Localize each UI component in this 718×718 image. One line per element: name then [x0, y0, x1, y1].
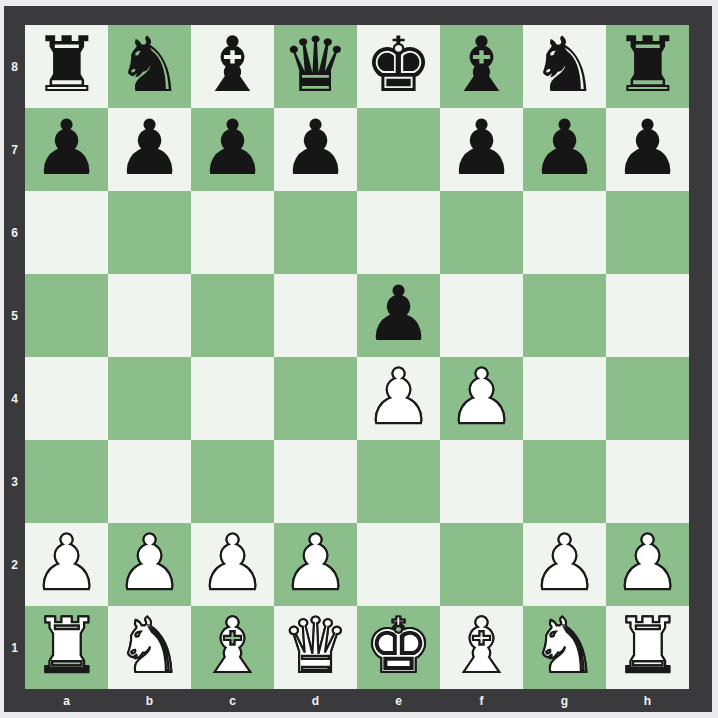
piece-black-pawn[interactable]: ♟ [198, 110, 266, 186]
piece-white-bishop[interactable]: ♝ [198, 608, 266, 684]
square-h1[interactable]: ♜ [606, 606, 689, 689]
square-g6[interactable] [523, 191, 606, 274]
rank-label-4: 4 [4, 357, 25, 440]
piece-white-pawn[interactable]: ♟ [613, 525, 681, 601]
square-c2[interactable]: ♟ [191, 523, 274, 606]
square-b3[interactable] [108, 440, 191, 523]
square-f5[interactable] [440, 274, 523, 357]
square-e6[interactable] [357, 191, 440, 274]
square-d4[interactable] [274, 357, 357, 440]
square-a2[interactable]: ♟ [25, 523, 108, 606]
square-f2[interactable] [440, 523, 523, 606]
square-g4[interactable] [523, 357, 606, 440]
square-a6[interactable] [25, 191, 108, 274]
piece-black-king[interactable]: ♚ [364, 27, 432, 103]
square-h4[interactable] [606, 357, 689, 440]
piece-white-pawn[interactable]: ♟ [364, 359, 432, 435]
file-label-g: g [523, 689, 606, 712]
piece-white-pawn[interactable]: ♟ [530, 525, 598, 601]
rank-label-2: 2 [4, 523, 25, 606]
piece-black-rook[interactable]: ♜ [613, 27, 681, 103]
square-g7[interactable]: ♟ [523, 108, 606, 191]
square-b1[interactable]: ♞ [108, 606, 191, 689]
square-c5[interactable] [191, 274, 274, 357]
square-h2[interactable]: ♟ [606, 523, 689, 606]
file-label-e: e [357, 689, 440, 712]
square-a5[interactable] [25, 274, 108, 357]
rank-label-3: 3 [4, 440, 25, 523]
piece-black-knight[interactable]: ♞ [115, 27, 183, 103]
square-f4[interactable]: ♟ [440, 357, 523, 440]
piece-white-king[interactable]: ♚ [364, 608, 432, 684]
square-h7[interactable]: ♟ [606, 108, 689, 191]
file-label-f: f [440, 689, 523, 712]
file-label-c: c [191, 689, 274, 712]
rank-label-1: 1 [4, 606, 25, 689]
piece-black-pawn[interactable]: ♟ [32, 110, 100, 186]
piece-black-pawn[interactable]: ♟ [364, 276, 432, 352]
square-f6[interactable] [440, 191, 523, 274]
square-e3[interactable] [357, 440, 440, 523]
square-b4[interactable] [108, 357, 191, 440]
square-h8[interactable]: ♜ [606, 25, 689, 108]
piece-black-pawn[interactable]: ♟ [281, 110, 349, 186]
square-d6[interactable] [274, 191, 357, 274]
square-f7[interactable]: ♟ [440, 108, 523, 191]
square-d7[interactable]: ♟ [274, 108, 357, 191]
square-g3[interactable] [523, 440, 606, 523]
square-c6[interactable] [191, 191, 274, 274]
piece-black-queen[interactable]: ♛ [281, 27, 349, 103]
piece-black-bishop[interactable]: ♝ [447, 27, 515, 103]
square-e8[interactable]: ♚ [357, 25, 440, 108]
rank-label-6: 6 [4, 191, 25, 274]
piece-black-knight[interactable]: ♞ [530, 27, 598, 103]
piece-black-bishop[interactable]: ♝ [198, 27, 266, 103]
square-e4[interactable]: ♟ [357, 357, 440, 440]
square-g1[interactable]: ♞ [523, 606, 606, 689]
square-h6[interactable] [606, 191, 689, 274]
rank-label-5: 5 [4, 274, 25, 357]
piece-white-rook[interactable]: ♜ [32, 608, 100, 684]
square-a8[interactable]: ♜ [25, 25, 108, 108]
square-b2[interactable]: ♟ [108, 523, 191, 606]
file-label-a: a [25, 689, 108, 712]
square-g5[interactable] [523, 274, 606, 357]
rank-label-7: 7 [4, 108, 25, 191]
square-c7[interactable]: ♟ [191, 108, 274, 191]
piece-black-pawn[interactable]: ♟ [447, 110, 515, 186]
piece-white-knight[interactable]: ♞ [530, 608, 598, 684]
piece-white-pawn[interactable]: ♟ [198, 525, 266, 601]
rank-label-8: 8 [4, 25, 25, 108]
square-f8[interactable]: ♝ [440, 25, 523, 108]
square-c4[interactable] [191, 357, 274, 440]
piece-white-pawn[interactable]: ♟ [32, 525, 100, 601]
piece-white-pawn[interactable]: ♟ [281, 525, 349, 601]
square-d5[interactable] [274, 274, 357, 357]
square-e1[interactable]: ♚ [357, 606, 440, 689]
square-a1[interactable]: ♜ [25, 606, 108, 689]
board-container: ♜♞♝♛♚♝♞♜♟♟♟♟♟♟♟♟♟♟♟♟♟♟♟♟♜♞♝♛♚♝♞♜ 8765432… [0, 0, 718, 718]
piece-black-rook[interactable]: ♜ [32, 27, 100, 103]
file-label-h: h [606, 689, 689, 712]
square-g8[interactable]: ♞ [523, 25, 606, 108]
square-c8[interactable]: ♝ [191, 25, 274, 108]
piece-white-queen[interactable]: ♛ [281, 608, 349, 684]
file-label-d: d [274, 689, 357, 712]
square-d1[interactable]: ♛ [274, 606, 357, 689]
square-h3[interactable] [606, 440, 689, 523]
piece-black-pawn[interactable]: ♟ [530, 110, 598, 186]
square-c3[interactable] [191, 440, 274, 523]
file-label-b: b [108, 689, 191, 712]
square-d3[interactable] [274, 440, 357, 523]
piece-black-pawn[interactable]: ♟ [115, 110, 183, 186]
chess-board: ♜♞♝♛♚♝♞♜♟♟♟♟♟♟♟♟♟♟♟♟♟♟♟♟♜♞♝♛♚♝♞♜ [25, 25, 689, 689]
square-a4[interactable] [25, 357, 108, 440]
square-e2[interactable] [357, 523, 440, 606]
piece-white-bishop[interactable]: ♝ [447, 608, 515, 684]
piece-white-pawn[interactable]: ♟ [115, 525, 183, 601]
piece-white-knight[interactable]: ♞ [115, 608, 183, 684]
square-f3[interactable] [440, 440, 523, 523]
square-g2[interactable]: ♟ [523, 523, 606, 606]
square-c1[interactable]: ♝ [191, 606, 274, 689]
piece-white-rook[interactable]: ♜ [613, 608, 681, 684]
square-f1[interactable]: ♝ [440, 606, 523, 689]
square-h5[interactable] [606, 274, 689, 357]
piece-white-pawn[interactable]: ♟ [447, 359, 515, 435]
square-b8[interactable]: ♞ [108, 25, 191, 108]
square-b6[interactable] [108, 191, 191, 274]
square-a7[interactable]: ♟ [25, 108, 108, 191]
square-e7[interactable] [357, 108, 440, 191]
square-d2[interactable]: ♟ [274, 523, 357, 606]
square-a3[interactable] [25, 440, 108, 523]
piece-black-pawn[interactable]: ♟ [613, 110, 681, 186]
square-e5[interactable]: ♟ [357, 274, 440, 357]
square-b5[interactable] [108, 274, 191, 357]
square-d8[interactable]: ♛ [274, 25, 357, 108]
square-b7[interactable]: ♟ [108, 108, 191, 191]
